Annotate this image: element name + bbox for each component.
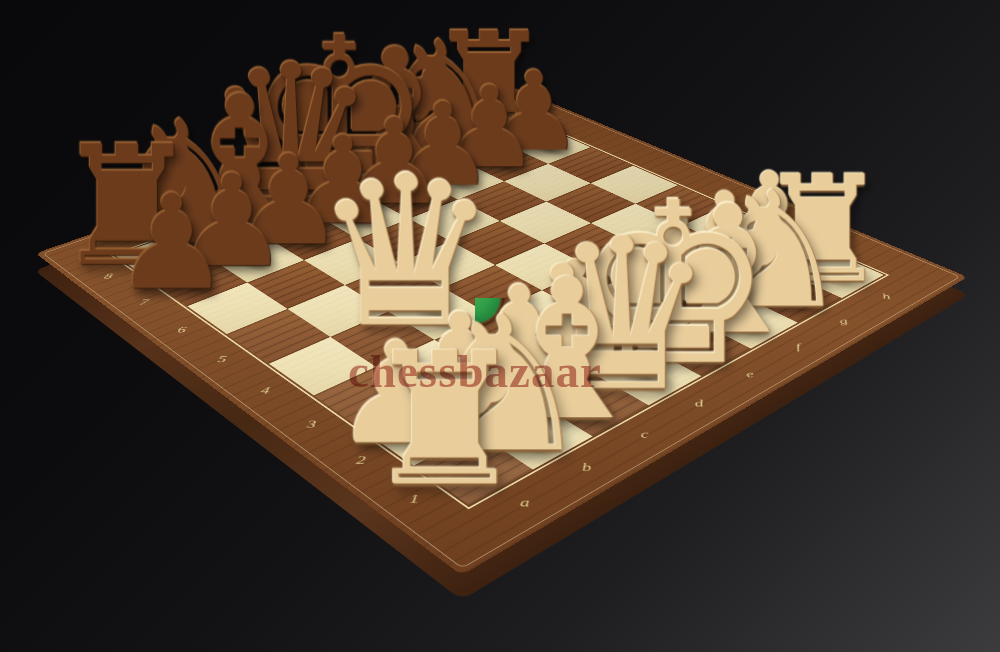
product-photo-stage: abcdefgh 12345678 ♜♞♝♛♚♝♞♜♟♟♟♟♟♟♟♟♛♟♟♟♟♟…	[0, 0, 1000, 652]
black-pawn-a7[interactable]: ♟	[113, 177, 230, 308]
scene: abcdefgh 12345678 ♜♞♝♛♚♝♞♜♟♟♟♟♟♟♟♟♛♟♟♟♟♟…	[0, 0, 1000, 652]
board-top: abcdefgh 12345678 ♜♞♝♛♚♝♞♜♟♟♟♟♟♟♟♟♛♟♟♟♟♟…	[35, 87, 967, 575]
white-rook-a1[interactable]: ♜	[363, 329, 527, 512]
pieces-layer: ♜♞♝♛♚♝♞♜♟♟♟♟♟♟♟♟♛♟♟♟♟♟♟♟♟♜♞♝♛♚♝♞♜♛	[35, 87, 967, 575]
chess-board: abcdefgh 12345678 ♜♞♝♛♚♝♞♜♟♟♟♟♟♟♟♟♛♟♟♟♟♟…	[35, 87, 967, 575]
